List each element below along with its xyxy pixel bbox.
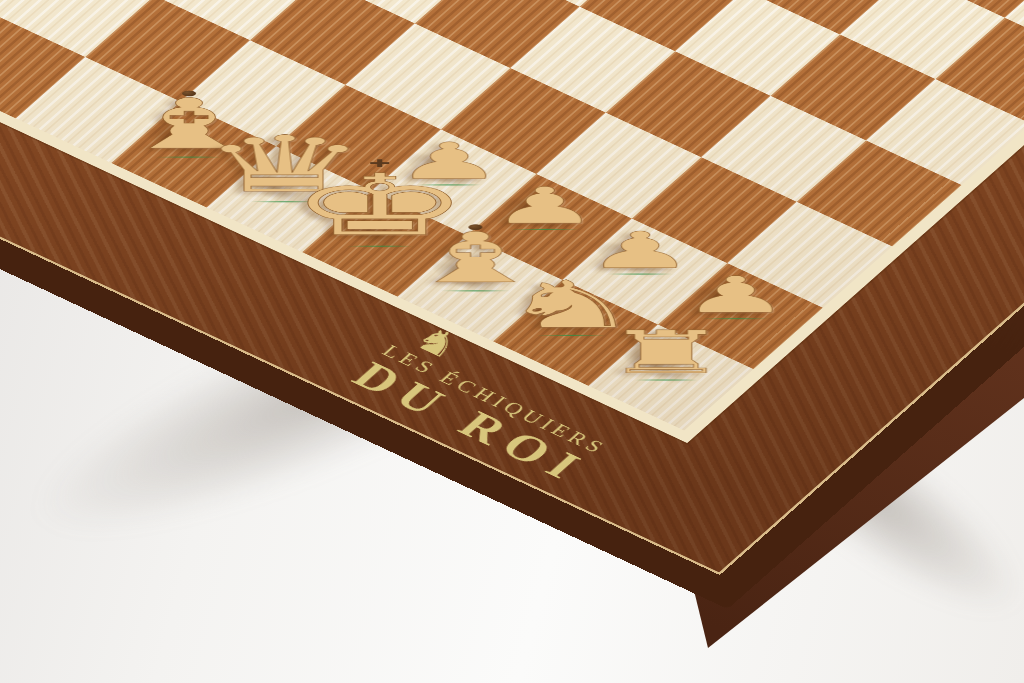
base-felt: [622, 379, 710, 381]
bishop-ball-finial: [468, 224, 482, 230]
king-cross-finial: ✚: [369, 158, 391, 169]
photo-scene: ♝♟♛♟♚✚♟♝♟♞♜ ♞ LES ÉCHIQUIERS DU ROI: [0, 0, 1024, 683]
bishop-ball-finial: [182, 91, 196, 97]
white-rook: ♜: [556, 323, 776, 382]
